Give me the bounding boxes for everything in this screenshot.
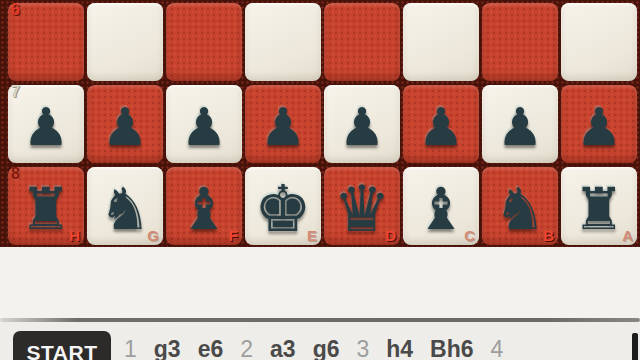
- square-d6[interactable]: [324, 3, 400, 81]
- move-list-cursor: [632, 333, 638, 360]
- file-label-d: D: [385, 227, 396, 245]
- piece-black-pawn-f7[interactable]: ♟: [166, 85, 242, 163]
- move-san[interactable]: a3: [270, 337, 296, 360]
- move-number: 1: [124, 337, 137, 360]
- piece-black-pawn-a7[interactable]: ♟: [561, 85, 637, 163]
- move-list-bar[interactable]: START 1g3e62a3g63h4Bh64: [0, 322, 640, 360]
- move-list[interactable]: 1g3e62a3g63h4Bh64: [124, 337, 503, 360]
- square-b8[interactable]: ♞B: [482, 167, 558, 245]
- file-label-e: E: [307, 227, 317, 245]
- move-san[interactable]: g6: [313, 337, 340, 360]
- square-f8[interactable]: ♝F: [166, 167, 242, 245]
- file-label-h: H: [69, 227, 80, 245]
- piece-black-pawn-b7[interactable]: ♟: [482, 85, 558, 163]
- piece-black-pawn-c7[interactable]: ♟: [403, 85, 479, 163]
- move-san[interactable]: e6: [198, 337, 224, 360]
- square-h6[interactable]: 6: [8, 3, 84, 81]
- board-grid: 67♟♟♟♟♟♟♟♟8♜H♞G♝F♚E♛D♝C♞B♜A: [8, 3, 640, 245]
- move-san[interactable]: h4: [386, 337, 413, 360]
- move-number: 3: [356, 337, 369, 360]
- square-g8[interactable]: ♞G: [87, 167, 163, 245]
- square-g7[interactable]: ♟: [87, 85, 163, 163]
- square-f6[interactable]: [166, 3, 242, 81]
- square-a6[interactable]: [561, 3, 637, 81]
- move-san[interactable]: Bh6: [430, 337, 473, 360]
- move-number: 4: [491, 337, 504, 360]
- square-e7[interactable]: ♟: [245, 85, 321, 163]
- square-e6[interactable]: [245, 3, 321, 81]
- square-a7[interactable]: ♟: [561, 85, 637, 163]
- rank-label-6: 6: [11, 1, 20, 19]
- square-e8[interactable]: ♚E: [245, 167, 321, 245]
- square-c7[interactable]: ♟: [403, 85, 479, 163]
- file-label-b: B: [543, 227, 554, 245]
- piece-black-pawn-e7[interactable]: ♟: [245, 85, 321, 163]
- square-b6[interactable]: [482, 3, 558, 81]
- file-label-f: F: [229, 227, 238, 245]
- piece-black-pawn-g7[interactable]: ♟: [87, 85, 163, 163]
- piece-black-pawn-d7[interactable]: ♟: [324, 85, 400, 163]
- square-a8[interactable]: ♜A: [561, 167, 637, 245]
- square-c6[interactable]: [403, 3, 479, 81]
- file-label-g: G: [147, 227, 159, 245]
- file-label-a: A: [622, 227, 633, 245]
- bottom-panel: START 1g3e62a3g63h4Bh64: [0, 247, 640, 360]
- chess-board: 67♟♟♟♟♟♟♟♟8♜H♞G♝F♚E♛D♝C♞B♜A: [0, 0, 640, 247]
- square-b7[interactable]: ♟: [482, 85, 558, 163]
- move-san[interactable]: g3: [154, 337, 181, 360]
- square-d8[interactable]: ♛D: [324, 167, 400, 245]
- square-g6[interactable]: [87, 3, 163, 81]
- file-label-c: C: [464, 227, 475, 245]
- square-h7[interactable]: 7♟: [8, 85, 84, 163]
- start-position-button[interactable]: START: [13, 331, 111, 360]
- piece-black-pawn-h7[interactable]: ♟: [8, 85, 84, 163]
- square-d7[interactable]: ♟: [324, 85, 400, 163]
- square-f7[interactable]: ♟: [166, 85, 242, 163]
- move-number: 2: [240, 337, 253, 360]
- chess-app-screen: 67♟♟♟♟♟♟♟♟8♜H♞G♝F♚E♛D♝C♞B♜A START 1g3e62…: [0, 0, 640, 360]
- square-h8[interactable]: 8♜H: [8, 167, 84, 245]
- square-c8[interactable]: ♝C: [403, 167, 479, 245]
